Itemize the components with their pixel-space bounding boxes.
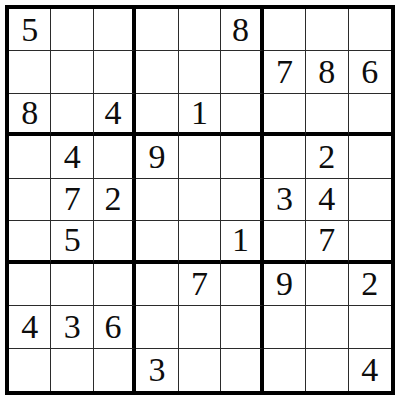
cell-r2c4[interactable] xyxy=(136,51,178,93)
cell-r1c8[interactable] xyxy=(306,9,348,51)
cell-r6c2[interactable]: 5 xyxy=(51,221,93,263)
cell-r9c2[interactable] xyxy=(51,349,93,391)
cell-r6c7[interactable] xyxy=(264,221,306,263)
cell-r9c6[interactable] xyxy=(221,349,263,391)
cell-r5c4[interactable] xyxy=(136,179,178,221)
cell-r2c5[interactable] xyxy=(179,51,221,93)
cell-r1c6[interactable]: 8 xyxy=(221,9,263,51)
cell-r9c4[interactable]: 3 xyxy=(136,349,178,391)
cell-r6c9[interactable] xyxy=(349,221,391,263)
cell-r9c3[interactable] xyxy=(94,349,136,391)
cell-r2c2[interactable] xyxy=(51,51,93,93)
cell-r2c8[interactable]: 8 xyxy=(306,51,348,93)
cell-r7c5[interactable]: 7 xyxy=(179,264,221,306)
sudoku-board: 58786841492723451779243634 xyxy=(5,5,395,395)
cell-r6c4[interactable] xyxy=(136,221,178,263)
cell-r2c3[interactable] xyxy=(94,51,136,93)
cell-r4c5[interactable] xyxy=(179,136,221,178)
cell-r5c9[interactable] xyxy=(349,179,391,221)
cell-r9c8[interactable] xyxy=(306,349,348,391)
cell-r7c7[interactable]: 9 xyxy=(264,264,306,306)
cell-r5c8[interactable]: 4 xyxy=(306,179,348,221)
cell-r3c7[interactable] xyxy=(264,94,306,136)
cell-r2c1[interactable] xyxy=(9,51,51,93)
cell-r4c1[interactable] xyxy=(9,136,51,178)
cell-r4c9[interactable] xyxy=(349,136,391,178)
cell-r5c6[interactable] xyxy=(221,179,263,221)
cell-r1c9[interactable] xyxy=(349,9,391,51)
cell-r3c1[interactable]: 8 xyxy=(9,94,51,136)
cell-r8c3[interactable]: 6 xyxy=(94,306,136,348)
cell-r6c8[interactable]: 7 xyxy=(306,221,348,263)
cell-r5c2[interactable]: 7 xyxy=(51,179,93,221)
cell-r2c6[interactable] xyxy=(221,51,263,93)
cell-r8c8[interactable] xyxy=(306,306,348,348)
cell-r8c1[interactable]: 4 xyxy=(9,306,51,348)
cell-r5c1[interactable] xyxy=(9,179,51,221)
cell-r7c1[interactable] xyxy=(9,264,51,306)
cell-r3c6[interactable] xyxy=(221,94,263,136)
cell-r5c5[interactable] xyxy=(179,179,221,221)
cell-r8c5[interactable] xyxy=(179,306,221,348)
cell-r9c9[interactable]: 4 xyxy=(349,349,391,391)
cell-r4c4[interactable]: 9 xyxy=(136,136,178,178)
cell-r6c5[interactable] xyxy=(179,221,221,263)
cell-r3c5[interactable]: 1 xyxy=(179,94,221,136)
cell-r7c9[interactable]: 2 xyxy=(349,264,391,306)
cell-r7c2[interactable] xyxy=(51,264,93,306)
cell-r3c8[interactable] xyxy=(306,94,348,136)
cell-r2c9[interactable]: 6 xyxy=(349,51,391,93)
page-background: 58786841492723451779243634 xyxy=(0,0,400,400)
cell-r3c2[interactable] xyxy=(51,94,93,136)
cell-r9c7[interactable] xyxy=(264,349,306,391)
cell-r6c1[interactable] xyxy=(9,221,51,263)
cell-r8c9[interactable] xyxy=(349,306,391,348)
cell-r4c8[interactable]: 2 xyxy=(306,136,348,178)
cell-r1c4[interactable] xyxy=(136,9,178,51)
cell-r8c4[interactable] xyxy=(136,306,178,348)
cell-r1c5[interactable] xyxy=(179,9,221,51)
cell-r6c3[interactable] xyxy=(94,221,136,263)
cell-r5c7[interactable]: 3 xyxy=(264,179,306,221)
cell-r3c9[interactable] xyxy=(349,94,391,136)
cell-r7c4[interactable] xyxy=(136,264,178,306)
cell-r9c1[interactable] xyxy=(9,349,51,391)
cell-r3c4[interactable] xyxy=(136,94,178,136)
cell-r1c3[interactable] xyxy=(94,9,136,51)
cell-r4c3[interactable] xyxy=(94,136,136,178)
cell-r7c3[interactable] xyxy=(94,264,136,306)
cell-r2c7[interactable]: 7 xyxy=(264,51,306,93)
cell-r8c2[interactable]: 3 xyxy=(51,306,93,348)
cell-r5c3[interactable]: 2 xyxy=(94,179,136,221)
cell-r4c7[interactable] xyxy=(264,136,306,178)
cell-r1c1[interactable]: 5 xyxy=(9,9,51,51)
cell-r4c2[interactable]: 4 xyxy=(51,136,93,178)
cell-r8c6[interactable] xyxy=(221,306,263,348)
cell-r9c5[interactable] xyxy=(179,349,221,391)
cell-r6c6[interactable]: 1 xyxy=(221,221,263,263)
cell-r4c6[interactable] xyxy=(221,136,263,178)
cell-r1c7[interactable] xyxy=(264,9,306,51)
cell-r3c3[interactable]: 4 xyxy=(94,94,136,136)
cell-r7c6[interactable] xyxy=(221,264,263,306)
cell-r8c7[interactable] xyxy=(264,306,306,348)
cell-r1c2[interactable] xyxy=(51,9,93,51)
cell-r7c8[interactable] xyxy=(306,264,348,306)
